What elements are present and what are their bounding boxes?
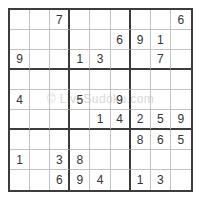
cell-r2c6[interactable]: 6 (111, 30, 131, 50)
cell-r7c9[interactable]: 5 (171, 130, 191, 150)
cell-r4c5[interactable] (90, 70, 110, 90)
cell-r7c8[interactable]: 6 (151, 130, 171, 150)
cell-r4c3[interactable] (50, 70, 70, 90)
cell-r9c6[interactable] (111, 170, 131, 190)
cell-r3c3[interactable] (50, 50, 70, 70)
cell-r4c2[interactable] (30, 70, 50, 90)
cell-r5c9[interactable] (171, 90, 191, 110)
cell-r4c4[interactable] (70, 70, 90, 90)
cell-r4c9[interactable] (171, 70, 191, 90)
cell-r9c9[interactable] (171, 170, 191, 190)
cell-r2c4[interactable] (70, 30, 90, 50)
cell-r7c7[interactable]: 8 (131, 130, 151, 150)
cell-r8c4[interactable]: 8 (70, 150, 90, 170)
cell-r1c2[interactable] (30, 10, 50, 30)
cell-r1c6[interactable] (111, 10, 131, 30)
cell-r9c4[interactable]: 9 (70, 170, 90, 190)
cell-r6c5[interactable]: 1 (90, 110, 110, 130)
cell-r6c1[interactable] (10, 110, 30, 130)
cell-r1c4[interactable] (70, 10, 90, 30)
cell-r1c3[interactable]: 7 (50, 10, 70, 30)
cell-r1c9[interactable]: 6 (171, 10, 191, 30)
sudoku-page: © LiveSudoku.com 76691913745914259865138… (0, 0, 200, 200)
cell-r7c2[interactable] (30, 130, 50, 150)
cell-r6c3[interactable] (50, 110, 70, 130)
cell-r3c7[interactable] (131, 50, 151, 70)
cell-r8c8[interactable] (151, 150, 171, 170)
cell-r8c5[interactable] (90, 150, 110, 170)
cell-r5c3[interactable] (50, 90, 70, 110)
cell-r9c3[interactable]: 6 (50, 170, 70, 190)
cell-r9c2[interactable] (30, 170, 50, 190)
cell-r3c8[interactable]: 7 (151, 50, 171, 70)
cell-r2c2[interactable] (30, 30, 50, 50)
cell-r5c7[interactable] (131, 90, 151, 110)
cell-r2c9[interactable] (171, 30, 191, 50)
cell-r3c6[interactable] (111, 50, 131, 70)
cell-r3c1[interactable]: 9 (10, 50, 30, 70)
cell-r1c8[interactable] (151, 10, 171, 30)
cell-r8c1[interactable]: 1 (10, 150, 30, 170)
cell-r5c6[interactable]: 9 (111, 90, 131, 110)
cell-r2c8[interactable]: 1 (151, 30, 171, 50)
cell-r2c1[interactable] (10, 30, 30, 50)
cell-r5c5[interactable] (90, 90, 110, 110)
cell-r6c2[interactable] (30, 110, 50, 130)
cell-r6c9[interactable]: 9 (171, 110, 191, 130)
cell-r8c3[interactable]: 3 (50, 150, 70, 170)
cell-r3c9[interactable] (171, 50, 191, 70)
cell-r5c8[interactable] (151, 90, 171, 110)
cell-r6c6[interactable]: 4 (111, 110, 131, 130)
cell-r9c1[interactable] (10, 170, 30, 190)
cell-r3c5[interactable]: 3 (90, 50, 110, 70)
cell-r5c1[interactable]: 4 (10, 90, 30, 110)
cell-r1c5[interactable] (90, 10, 110, 30)
cell-r7c1[interactable] (10, 130, 30, 150)
cell-r3c4[interactable]: 1 (70, 50, 90, 70)
cell-r1c1[interactable] (10, 10, 30, 30)
cell-r6c7[interactable]: 2 (131, 110, 151, 130)
cell-r9c8[interactable]: 3 (151, 170, 171, 190)
cell-r7c3[interactable] (50, 130, 70, 150)
cell-r7c4[interactable] (70, 130, 90, 150)
cell-r5c4[interactable]: 5 (70, 90, 90, 110)
cell-r8c6[interactable] (111, 150, 131, 170)
cell-r9c7[interactable]: 1 (131, 170, 151, 190)
cell-r4c1[interactable] (10, 70, 30, 90)
sudoku-board: © LiveSudoku.com 76691913745914259865138… (8, 8, 193, 192)
cell-r4c8[interactable] (151, 70, 171, 90)
cell-r1c7[interactable] (131, 10, 151, 30)
cell-r9c5[interactable]: 4 (90, 170, 110, 190)
cell-r2c7[interactable]: 9 (131, 30, 151, 50)
cell-r6c8[interactable]: 5 (151, 110, 171, 130)
cell-r7c5[interactable] (90, 130, 110, 150)
cell-r8c9[interactable] (171, 150, 191, 170)
cell-r4c6[interactable] (111, 70, 131, 90)
cell-r3c2[interactable] (30, 50, 50, 70)
cell-r5c2[interactable] (30, 90, 50, 110)
cell-r2c5[interactable] (90, 30, 110, 50)
cell-r8c2[interactable] (30, 150, 50, 170)
cell-r7c6[interactable] (111, 130, 131, 150)
cell-r8c7[interactable] (131, 150, 151, 170)
cell-r6c4[interactable] (70, 110, 90, 130)
cell-r2c3[interactable] (50, 30, 70, 50)
cell-r4c7[interactable] (131, 70, 151, 90)
